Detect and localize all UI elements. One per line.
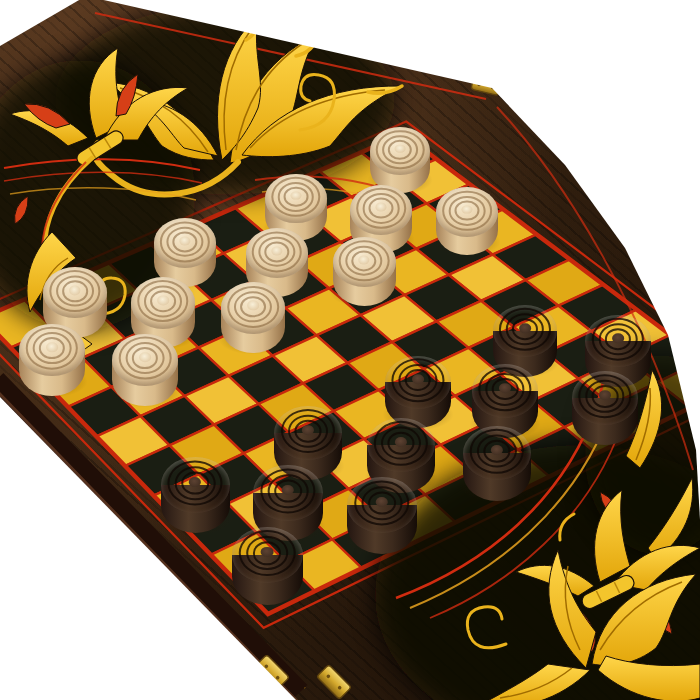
product-photo bbox=[0, 0, 700, 700]
game-box-lid bbox=[0, 0, 700, 700]
gold-hinge bbox=[471, 77, 501, 96]
khokhloma-ornament-layer bbox=[0, 0, 700, 700]
gold-hinge bbox=[317, 665, 352, 700]
box-side-band bbox=[0, 382, 298, 700]
